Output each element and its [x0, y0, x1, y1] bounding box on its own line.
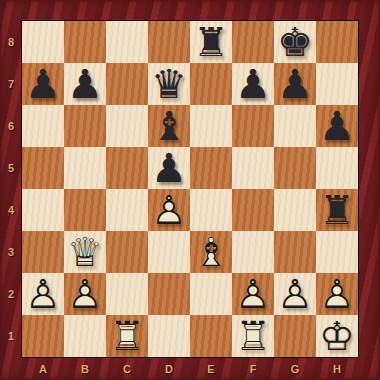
file-label-d: D	[148, 357, 190, 380]
rank-label-5: 5	[0, 147, 22, 189]
black-rook-glyph: ♜	[316, 189, 358, 231]
square-c3[interactable]	[106, 231, 148, 273]
square-d7[interactable]: ♛	[148, 63, 190, 105]
white-pawn-b2[interactable]: ♟♙	[64, 273, 106, 315]
square-a2[interactable]: ♟♙	[22, 273, 64, 315]
square-g1[interactable]	[274, 315, 316, 357]
square-c5[interactable]	[106, 147, 148, 189]
white-pawn-outline-glyph: ♙	[22, 273, 64, 315]
white-pawn-h2[interactable]: ♟♙	[316, 273, 358, 315]
square-h7[interactable]	[316, 63, 358, 105]
white-pawn-outline-glyph: ♙	[316, 273, 358, 315]
square-h5[interactable]	[316, 147, 358, 189]
square-f2[interactable]: ♟♙	[232, 273, 274, 315]
square-a4[interactable]	[22, 189, 64, 231]
rank-label-6: 6	[0, 105, 22, 147]
black-king-glyph: ♚	[274, 21, 316, 63]
square-b4[interactable]	[64, 189, 106, 231]
black-pawn-glyph: ♟	[148, 147, 190, 189]
square-a6[interactable]	[22, 105, 64, 147]
file-label-f: F	[232, 357, 274, 380]
file-label-c: C	[106, 357, 148, 380]
square-c6[interactable]	[106, 105, 148, 147]
black-pawn-b7[interactable]: ♟	[64, 63, 106, 105]
square-e3[interactable]: ♝♗	[190, 231, 232, 273]
file-label-e: E	[190, 357, 232, 380]
white-rook-f1[interactable]: ♜♖	[232, 315, 274, 357]
white-pawn-a2[interactable]: ♟♙	[22, 273, 64, 315]
square-b5[interactable]	[64, 147, 106, 189]
square-c7[interactable]	[106, 63, 148, 105]
square-h3[interactable]	[316, 231, 358, 273]
square-c8[interactable]	[106, 21, 148, 63]
square-e6[interactable]	[190, 105, 232, 147]
white-king-h1[interactable]: ♚♔	[316, 315, 358, 357]
white-rook-outline-glyph: ♖	[106, 315, 148, 357]
white-pawn-glyph: ♟	[316, 273, 358, 315]
white-bishop-glyph: ♝	[190, 231, 232, 273]
white-pawn-g2[interactable]: ♟♙	[274, 273, 316, 315]
square-d2[interactable]	[148, 273, 190, 315]
square-d5[interactable]: ♟	[148, 147, 190, 189]
black-king-g8[interactable]: ♚	[274, 21, 316, 63]
white-pawn-f2[interactable]: ♟♙	[232, 273, 274, 315]
white-rook-c1[interactable]: ♜♖	[106, 315, 148, 357]
white-king-outline-glyph: ♔	[316, 315, 358, 357]
black-bishop-d6[interactable]: ♝	[148, 105, 190, 147]
chess-diagram: ♜♚♟♟♛♟♟♝♟♟♟♙♜♛♕♝♗♟♙♟♙♟♙♟♙♟♙♜♖♜♖♚♔ 876543…	[0, 0, 380, 380]
square-e8[interactable]: ♜	[190, 21, 232, 63]
white-pawn-glyph: ♟	[274, 273, 316, 315]
black-pawn-glyph: ♟	[232, 63, 274, 105]
square-g2[interactable]: ♟♙	[274, 273, 316, 315]
square-b2[interactable]: ♟♙	[64, 273, 106, 315]
file-label-g: G	[274, 357, 316, 380]
file-label-h: H	[316, 357, 358, 380]
file-label-b: B	[64, 357, 106, 380]
rank-label-4: 4	[0, 189, 22, 231]
black-pawn-h6[interactable]: ♟	[316, 105, 358, 147]
square-d3[interactable]	[148, 231, 190, 273]
white-pawn-glyph: ♟	[148, 189, 190, 231]
rank-label-7: 7	[0, 63, 22, 105]
rank-label-1: 1	[0, 315, 22, 357]
square-f5[interactable]	[232, 147, 274, 189]
black-queen-glyph: ♛	[148, 63, 190, 105]
black-rook-h4[interactable]: ♜	[316, 189, 358, 231]
white-queen-outline-glyph: ♕	[64, 231, 106, 273]
black-rook-glyph: ♜	[190, 21, 232, 63]
square-f8[interactable]	[232, 21, 274, 63]
white-pawn-outline-glyph: ♙	[274, 273, 316, 315]
square-g8[interactable]: ♚	[274, 21, 316, 63]
square-g3[interactable]	[274, 231, 316, 273]
square-a3[interactable]	[22, 231, 64, 273]
black-pawn-g7[interactable]: ♟	[274, 63, 316, 105]
white-rook-glyph: ♜	[106, 315, 148, 357]
white-king-glyph: ♚	[316, 315, 358, 357]
square-h6[interactable]: ♟	[316, 105, 358, 147]
white-pawn-d4[interactable]: ♟♙	[148, 189, 190, 231]
square-b7[interactable]: ♟	[64, 63, 106, 105]
white-bishop-outline-glyph: ♗	[190, 231, 232, 273]
square-f7[interactable]: ♟	[232, 63, 274, 105]
black-queen-d7[interactable]: ♛	[148, 63, 190, 105]
square-c4[interactable]	[106, 189, 148, 231]
square-g7[interactable]: ♟	[274, 63, 316, 105]
square-a1[interactable]	[22, 315, 64, 357]
black-rook-e8[interactable]: ♜	[190, 21, 232, 63]
square-h1[interactable]: ♚♔	[316, 315, 358, 357]
square-h2[interactable]: ♟♙	[316, 273, 358, 315]
square-f1[interactable]: ♜♖	[232, 315, 274, 357]
black-pawn-f7[interactable]: ♟	[232, 63, 274, 105]
square-f6[interactable]	[232, 105, 274, 147]
square-c1[interactable]: ♜♖	[106, 315, 148, 357]
black-pawn-a7[interactable]: ♟	[22, 63, 64, 105]
white-pawn-outline-glyph: ♙	[232, 273, 274, 315]
white-pawn-outline-glyph: ♙	[64, 273, 106, 315]
square-d1[interactable]	[148, 315, 190, 357]
square-g4[interactable]	[274, 189, 316, 231]
white-pawn-glyph: ♟	[64, 273, 106, 315]
white-queen-b3[interactable]: ♛♕	[64, 231, 106, 273]
square-e4[interactable]	[190, 189, 232, 231]
square-a8[interactable]	[22, 21, 64, 63]
rank-label-3: 3	[0, 231, 22, 273]
square-g5[interactable]	[274, 147, 316, 189]
square-b3[interactable]: ♛♕	[64, 231, 106, 273]
square-d4[interactable]: ♟♙	[148, 189, 190, 231]
black-bishop-glyph: ♝	[148, 105, 190, 147]
square-h4[interactable]: ♜	[316, 189, 358, 231]
square-f4[interactable]	[232, 189, 274, 231]
file-label-a: A	[22, 357, 64, 380]
black-pawn-glyph: ♟	[64, 63, 106, 105]
square-b8[interactable]	[64, 21, 106, 63]
square-b6[interactable]	[64, 105, 106, 147]
square-b1[interactable]	[64, 315, 106, 357]
square-a5[interactable]	[22, 147, 64, 189]
white-pawn-glyph: ♟	[232, 273, 274, 315]
white-rook-outline-glyph: ♖	[232, 315, 274, 357]
square-e5[interactable]	[190, 147, 232, 189]
rank-label-8: 8	[0, 21, 22, 63]
square-h8[interactable]	[316, 21, 358, 63]
white-pawn-outline-glyph: ♙	[148, 189, 190, 231]
white-queen-glyph: ♛	[64, 231, 106, 273]
square-f3[interactable]	[232, 231, 274, 273]
white-pawn-glyph: ♟	[22, 273, 64, 315]
square-c2[interactable]	[106, 273, 148, 315]
black-pawn-glyph: ♟	[274, 63, 316, 105]
square-g6[interactable]	[274, 105, 316, 147]
rank-label-2: 2	[0, 273, 22, 315]
chess-board: ♜♚♟♟♛♟♟♝♟♟♟♙♜♛♕♝♗♟♙♟♙♟♙♟♙♟♙♜♖♜♖♚♔	[22, 21, 358, 357]
white-bishop-e3[interactable]: ♝♗	[190, 231, 232, 273]
black-pawn-d5[interactable]: ♟	[148, 147, 190, 189]
square-e1[interactable]	[190, 315, 232, 357]
square-e7[interactable]	[190, 63, 232, 105]
square-d8[interactable]	[148, 21, 190, 63]
white-rook-glyph: ♜	[232, 315, 274, 357]
square-a7[interactable]: ♟	[22, 63, 64, 105]
black-pawn-glyph: ♟	[22, 63, 64, 105]
black-pawn-glyph: ♟	[316, 105, 358, 147]
square-e2[interactable]	[190, 273, 232, 315]
square-d6[interactable]: ♝	[148, 105, 190, 147]
